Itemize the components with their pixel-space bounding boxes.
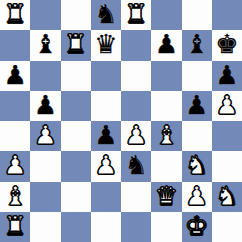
square-b8[interactable]: [30, 0, 60, 30]
black-bishop[interactable]: ♝: [185, 31, 208, 57]
square-a1[interactable]: ♜: [0, 212, 30, 242]
square-e4[interactable]: ♟: [121, 121, 151, 151]
square-f4[interactable]: ♝: [151, 121, 181, 151]
square-a5[interactable]: [0, 91, 30, 121]
white-pawn[interactable]: ♟: [34, 122, 57, 148]
white-rook[interactable]: ♜: [64, 31, 87, 57]
white-bishop[interactable]: ♝: [155, 122, 178, 148]
square-f2[interactable]: ♛: [151, 182, 181, 212]
square-h1[interactable]: [212, 212, 242, 242]
black-pawn[interactable]: ♟: [3, 62, 26, 88]
square-c8[interactable]: [61, 0, 91, 30]
square-a6[interactable]: ♟: [0, 61, 30, 91]
square-g7[interactable]: ♝: [182, 30, 212, 60]
square-c5[interactable]: [61, 91, 91, 121]
square-c2[interactable]: [61, 182, 91, 212]
square-c1[interactable]: [61, 212, 91, 242]
white-rook[interactable]: ♜: [3, 213, 26, 239]
square-d8[interactable]: ♞: [91, 0, 121, 30]
white-pawn[interactable]: ♟: [94, 152, 117, 178]
square-a8[interactable]: ♜: [0, 0, 30, 30]
black-bishop[interactable]: ♝: [34, 31, 57, 57]
black-pawn[interactable]: ♟: [185, 92, 208, 118]
square-d5[interactable]: [91, 91, 121, 121]
square-b3[interactable]: [30, 151, 60, 181]
square-b1[interactable]: [30, 212, 60, 242]
white-pawn[interactable]: ♟: [3, 152, 26, 178]
square-h2[interactable]: ♞: [212, 182, 242, 212]
black-knight[interactable]: ♞: [94, 1, 117, 27]
square-g6[interactable]: [182, 61, 212, 91]
square-b5[interactable]: ♟: [30, 91, 60, 121]
square-d3[interactable]: ♟: [91, 151, 121, 181]
square-f1[interactable]: [151, 212, 181, 242]
white-pawn[interactable]: ♟: [215, 92, 238, 118]
square-e2[interactable]: [121, 182, 151, 212]
square-g5[interactable]: ♟: [182, 91, 212, 121]
square-h8[interactable]: [212, 0, 242, 30]
black-king[interactable]: ♚: [215, 31, 238, 57]
square-h5[interactable]: ♟: [212, 91, 242, 121]
square-c7[interactable]: ♜: [61, 30, 91, 60]
square-g8[interactable]: [182, 0, 212, 30]
square-h7[interactable]: ♚: [212, 30, 242, 60]
black-pawn[interactable]: ♟: [94, 122, 117, 148]
square-d1[interactable]: [91, 212, 121, 242]
black-pawn[interactable]: ♟: [215, 62, 238, 88]
white-bishop[interactable]: ♝: [3, 183, 26, 209]
square-a3[interactable]: ♟: [0, 151, 30, 181]
square-c4[interactable]: [61, 121, 91, 151]
square-f3[interactable]: [151, 151, 181, 181]
white-king[interactable]: ♚: [185, 213, 208, 239]
square-c3[interactable]: [61, 151, 91, 181]
white-knight[interactable]: ♞: [185, 152, 208, 178]
square-d2[interactable]: [91, 182, 121, 212]
square-e8[interactable]: ♜: [121, 0, 151, 30]
black-knight[interactable]: ♞: [124, 152, 147, 178]
square-g4[interactable]: [182, 121, 212, 151]
square-g3[interactable]: ♞: [182, 151, 212, 181]
square-b4[interactable]: ♟: [30, 121, 60, 151]
square-a4[interactable]: [0, 121, 30, 151]
square-f8[interactable]: [151, 0, 181, 30]
black-queen[interactable]: ♛: [94, 31, 117, 57]
black-pawn[interactable]: ♟: [155, 31, 178, 57]
square-e5[interactable]: [121, 91, 151, 121]
square-f5[interactable]: [151, 91, 181, 121]
square-g2[interactable]: ♟: [182, 182, 212, 212]
square-f7[interactable]: ♟: [151, 30, 181, 60]
square-c6[interactable]: [61, 61, 91, 91]
white-rook[interactable]: ♜: [3, 1, 26, 27]
square-d7[interactable]: ♛: [91, 30, 121, 60]
white-pawn[interactable]: ♟: [185, 183, 208, 209]
square-d6[interactable]: [91, 61, 121, 91]
square-h6[interactable]: ♟: [212, 61, 242, 91]
black-pawn[interactable]: ♟: [34, 92, 57, 118]
white-rook[interactable]: ♜: [124, 1, 147, 27]
square-b2[interactable]: [30, 182, 60, 212]
square-e7[interactable]: [121, 30, 151, 60]
square-h4[interactable]: [212, 121, 242, 151]
square-f6[interactable]: [151, 61, 181, 91]
square-e1[interactable]: [121, 212, 151, 242]
white-knight[interactable]: ♞: [215, 183, 238, 209]
square-h3[interactable]: [212, 151, 242, 181]
white-queen[interactable]: ♛: [155, 183, 178, 209]
square-e6[interactable]: [121, 61, 151, 91]
square-e3[interactable]: ♞: [121, 151, 151, 181]
square-b6[interactable]: [30, 61, 60, 91]
square-b7[interactable]: ♝: [30, 30, 60, 60]
square-a7[interactable]: [0, 30, 30, 60]
chess-board: ♜♞♜♝♜♛♟♝♚♟♟♟♟♟♟♟♟♝♟♟♞♞♝♛♟♞♜♚: [0, 0, 242, 242]
square-d4[interactable]: ♟: [91, 121, 121, 151]
white-pawn[interactable]: ♟: [124, 122, 147, 148]
square-a2[interactable]: ♝: [0, 182, 30, 212]
square-g1[interactable]: ♚: [182, 212, 212, 242]
